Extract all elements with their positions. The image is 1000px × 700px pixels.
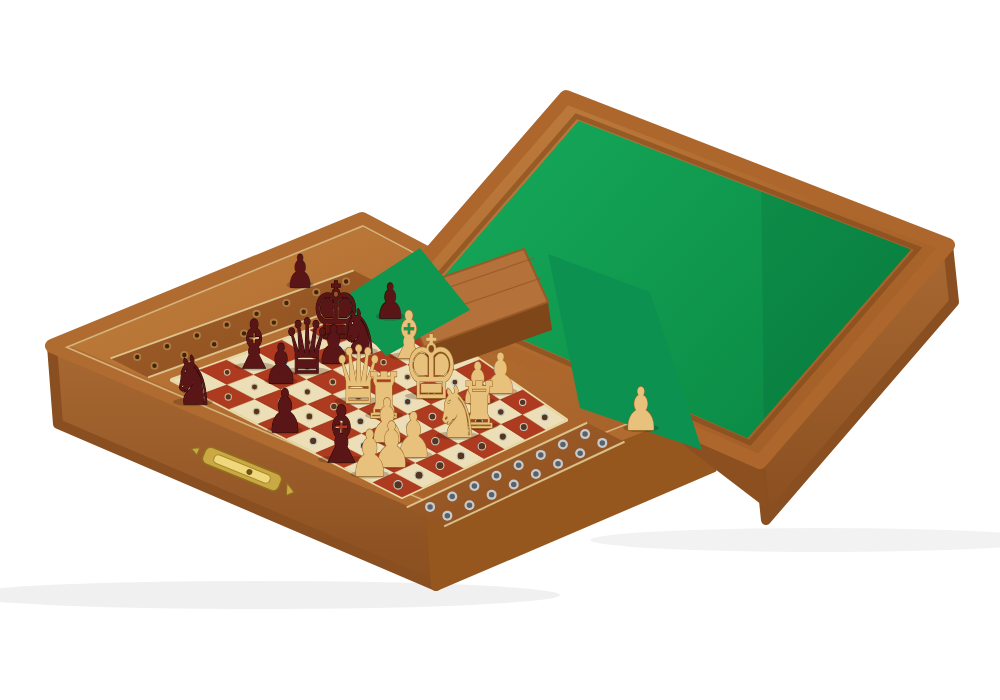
peg-hole xyxy=(519,399,525,405)
peg-hole xyxy=(225,394,231,400)
piece-black-knight: ♞ xyxy=(171,342,214,420)
piece-white-pawn: ♟ xyxy=(349,417,390,492)
travel-chess-set-photo: ♟♟♚♞♝♟♝♛♟♟♚♛♟♞♜♜♟♟♞♟♟♝♟♟ xyxy=(0,0,1000,700)
peg-hole xyxy=(394,481,402,489)
piece-black-pawn: ♟ xyxy=(266,377,304,446)
svg-text:♟: ♟ xyxy=(266,377,304,446)
piece-white-knight: ♞ xyxy=(434,372,480,455)
piece-white-pawn: ♟ xyxy=(622,375,660,444)
svg-text:♞: ♞ xyxy=(171,342,214,420)
svg-text:♟: ♟ xyxy=(622,375,660,444)
chess-set-scene: ♟♟♚♞♝♟♝♛♟♟♚♛♟♞♜♜♟♟♞♟♟♝♟♟ xyxy=(0,0,1000,700)
peg-hole xyxy=(520,423,527,430)
peg-hole xyxy=(252,384,258,390)
peg-hole xyxy=(541,414,548,421)
peg-hole xyxy=(499,433,506,440)
svg-text:♟: ♟ xyxy=(349,417,390,492)
peg-hole xyxy=(306,413,313,420)
peg-hole xyxy=(436,462,444,470)
peg-hole xyxy=(253,408,260,415)
peg-hole xyxy=(224,369,230,375)
svg-text:♞: ♞ xyxy=(434,372,480,455)
peg-hole xyxy=(415,471,423,479)
